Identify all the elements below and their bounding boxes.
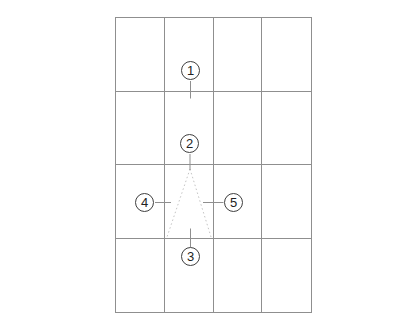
panel-cell [116, 239, 165, 313]
callout-4-label: 4 [141, 196, 148, 209]
callout-1-label: 1 [187, 64, 194, 77]
callout-5-label: 5 [230, 196, 237, 209]
panel-cell [262, 165, 311, 239]
callout-3-badge: 3 [181, 247, 200, 266]
panel-cell [116, 18, 165, 92]
panel-cell [262, 239, 311, 313]
panel-cell [116, 92, 165, 166]
diagram-canvas: 1 2 3 4 5 [0, 0, 400, 330]
callout-4-badge: 4 [135, 193, 154, 212]
panel-cell [165, 18, 214, 92]
panel-cell [165, 92, 214, 166]
panel-cell [262, 92, 311, 166]
callout-3-label: 3 [187, 250, 194, 263]
panel-grid [115, 17, 312, 313]
panel-cell [262, 18, 311, 92]
callout-5-badge: 5 [224, 193, 243, 212]
panel-cell [165, 165, 214, 239]
callout-1-badge: 1 [181, 61, 200, 80]
callout-2-label: 2 [186, 137, 193, 150]
panel-cell [214, 239, 263, 313]
callout-2-badge: 2 [180, 134, 199, 153]
panel-cell [214, 18, 263, 92]
panel-cell [214, 92, 263, 166]
